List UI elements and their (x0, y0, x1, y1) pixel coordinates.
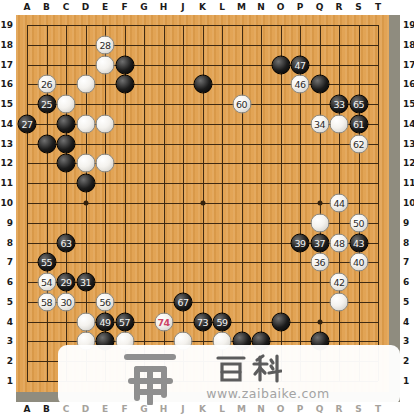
coordinate-label-right: 11 (403, 178, 414, 188)
coordinate-label-left: 3 (0, 336, 13, 346)
coordinate-label-left: 19 (0, 20, 13, 30)
star-point (200, 201, 205, 206)
coordinate-label-right: 1 (403, 376, 409, 386)
go-stone-E14 (96, 114, 115, 133)
go-stone-C15 (57, 95, 76, 114)
move-number: 50 (353, 218, 364, 227)
go-stone-C13 (57, 134, 76, 153)
go-stone-D14 (76, 114, 95, 133)
go-stone-S13: 62 (349, 134, 368, 153)
coordinate-label-top: E (102, 2, 108, 12)
grid-line (27, 302, 378, 303)
coordinate-label-left: 18 (0, 40, 13, 50)
coordinate-label-right: 8 (403, 238, 409, 248)
move-number: 65 (353, 100, 364, 109)
coordinate-label-left: 6 (0, 277, 13, 287)
go-stone-A14: 27 (18, 114, 37, 133)
go-stone-C8: 63 (57, 233, 76, 252)
go-stone-R14 (330, 114, 349, 133)
move-number: 73 (197, 317, 208, 326)
coordinate-label-left: 4 (0, 317, 13, 327)
go-stone-B16: 26 (37, 75, 56, 94)
coordinate-label-right: 2 (403, 356, 409, 366)
coordinate-label-top: O (277, 2, 285, 12)
coordinate-label-top: H (160, 2, 168, 12)
move-number: 49 (99, 317, 110, 326)
go-stone-L4: 59 (213, 312, 232, 331)
move-number: 33 (333, 100, 344, 109)
move-number: 42 (333, 278, 344, 287)
go-stone-B5: 58 (37, 292, 56, 311)
coordinate-label-top: S (355, 2, 361, 12)
coordinate-label-top: R (336, 2, 343, 12)
go-stone-D11 (76, 174, 95, 193)
coordinate-label-right: 18 (403, 40, 414, 50)
move-number: 55 (41, 258, 52, 267)
coordinate-label-bottom: Q (316, 404, 324, 414)
coordinate-label-top: K (199, 2, 206, 12)
go-stone-O17 (271, 55, 290, 74)
go-stone-F4: 57 (115, 312, 134, 331)
go-stone-P8: 39 (291, 233, 310, 252)
coordinate-label-bottom: S (355, 404, 361, 414)
go-stone-K4: 73 (193, 312, 212, 331)
coordinate-label-left: 2 (0, 356, 13, 366)
star-point (317, 319, 322, 324)
go-stone-E5: 56 (96, 292, 115, 311)
coordinate-label-left: 8 (0, 238, 13, 248)
move-number: 60 (236, 100, 247, 109)
coordinate-label-left: 10 (0, 198, 13, 208)
coordinate-label-right: 3 (403, 336, 409, 346)
go-stone-P16: 46 (291, 75, 310, 94)
go-stone-B13 (37, 134, 56, 153)
go-stone-J5: 67 (174, 292, 193, 311)
coordinate-label-top: Q (316, 2, 324, 12)
coordinate-label-bottom: B (43, 404, 50, 414)
go-stone-D16 (76, 75, 95, 94)
move-number: 39 (294, 238, 305, 247)
go-stone-Q7: 36 (310, 253, 329, 272)
coordinate-label-right: 13 (403, 139, 414, 149)
go-stone-R8: 48 (330, 233, 349, 252)
grid-line (261, 25, 262, 381)
coordinate-label-bottom: F (121, 404, 127, 414)
move-number: 47 (294, 60, 305, 69)
go-stone-R6: 42 (330, 273, 349, 292)
coordinate-label-top: D (82, 2, 89, 12)
brand-characters-icon (216, 353, 282, 383)
go-stone-R10: 44 (330, 194, 349, 213)
coordinate-label-right: 7 (403, 257, 409, 267)
move-number: 25 (41, 100, 52, 109)
coordinate-label-top: A (24, 2, 31, 12)
coordinate-label-bottom: P (297, 404, 304, 414)
coordinate-label-top: L (219, 2, 225, 12)
go-stone-S15: 65 (349, 95, 368, 114)
go-stone-O4 (271, 312, 290, 331)
coordinate-label-bottom: M (237, 404, 246, 414)
go-stone-K16 (193, 75, 212, 94)
coordinate-label-right: 10 (403, 198, 414, 208)
coordinate-label-left: 16 (0, 79, 13, 89)
go-stone-S14: 61 (349, 114, 368, 133)
move-number: 62 (353, 139, 364, 148)
coordinate-label-bottom: E (102, 404, 108, 414)
move-number: 74 (157, 317, 169, 326)
coordinate-label-top: T (375, 2, 381, 12)
go-stone-H4: 74 (154, 312, 173, 331)
move-number: 37 (314, 238, 325, 247)
go-stone-C12 (57, 154, 76, 173)
star-point (83, 201, 88, 206)
grid-line (378, 25, 379, 381)
coordinate-label-right: 4 (403, 317, 409, 327)
go-stone-B7: 55 (37, 253, 56, 272)
move-number: 57 (119, 317, 130, 326)
coordinate-label-left: 7 (0, 257, 13, 267)
go-stone-E12 (96, 154, 115, 173)
go-stone-P17: 47 (291, 55, 310, 74)
go-stone-S7: 40 (349, 253, 368, 272)
go-stone-M15: 60 (232, 95, 251, 114)
coordinate-label-right: 6 (403, 277, 409, 287)
move-number: 58 (41, 297, 52, 306)
go-stone-D6: 31 (76, 273, 95, 292)
coordinate-label-right: 16 (403, 79, 414, 89)
go-stone-S8: 43 (349, 233, 368, 252)
coordinate-label-bottom: L (219, 404, 225, 414)
coordinate-label-bottom: C (63, 404, 70, 414)
watermark-box: www.zaibaike.com (58, 345, 400, 406)
coordinate-label-left: 1 (0, 376, 13, 386)
go-stone-S9: 50 (349, 213, 368, 232)
grid-line (242, 25, 243, 381)
coordinate-label-top: P (297, 2, 304, 12)
coordinate-label-right: 19 (403, 20, 414, 30)
move-number: 26 (41, 80, 52, 89)
coordinate-label-left: 15 (0, 99, 13, 109)
coordinate-label-bottom: G (140, 404, 147, 414)
coordinate-label-bottom: A (24, 404, 31, 414)
go-stone-Q8: 37 (310, 233, 329, 252)
coordinate-label-bottom: K (199, 404, 206, 414)
coordinate-label-left: 17 (0, 60, 13, 70)
move-number: 36 (314, 258, 325, 267)
coordinate-label-top: B (43, 2, 50, 12)
coordinate-label-right: 9 (403, 218, 409, 228)
coordinate-label-top: G (140, 2, 147, 12)
move-number: 67 (177, 297, 188, 306)
coordinate-label-bottom: O (277, 404, 285, 414)
coordinate-label-left: 11 (0, 178, 13, 188)
go-stone-Q9 (310, 213, 329, 232)
go-stone-E18: 28 (96, 35, 115, 54)
go-diagram: ABCDEFGHJKLMNOPQRST191817161514131211109… (0, 0, 414, 414)
go-stone-B6: 54 (37, 273, 56, 292)
move-number: 59 (216, 317, 227, 326)
coordinate-label-bottom: N (257, 404, 265, 414)
move-number: 63 (60, 238, 71, 247)
coordinate-label-left: 9 (0, 218, 13, 228)
coordinate-label-bottom: H (160, 404, 168, 414)
go-stone-C5: 30 (57, 292, 76, 311)
move-number: 30 (60, 297, 71, 306)
go-stone-C6: 29 (57, 273, 76, 292)
coordinate-label-left: 14 (0, 119, 13, 129)
grid-line (359, 25, 360, 381)
go-stone-C14 (57, 114, 76, 133)
coordinate-label-right: 5 (403, 297, 409, 307)
move-number: 54 (41, 278, 52, 287)
move-number: 40 (353, 258, 364, 267)
coordinate-label-top: N (257, 2, 265, 12)
go-stone-D4 (76, 312, 95, 331)
go-stone-E17 (96, 55, 115, 74)
coordinate-label-left: 13 (0, 139, 13, 149)
move-number: 46 (294, 80, 305, 89)
star-point (317, 201, 322, 206)
go-stone-R5 (330, 292, 349, 311)
move-number: 27 (21, 119, 32, 128)
move-number: 56 (99, 297, 110, 306)
board-shadow-right (389, 15, 400, 392)
coordinate-label-left: 5 (0, 297, 13, 307)
go-stone-F16 (115, 75, 134, 94)
go-stone-E4: 49 (96, 312, 115, 331)
move-number: 29 (60, 278, 71, 287)
move-number: 31 (80, 278, 91, 287)
coordinate-label-right: 14 (403, 119, 414, 129)
move-number: 34 (314, 119, 325, 128)
go-stone-D12 (76, 154, 95, 173)
go-stone-R15: 33 (330, 95, 349, 114)
move-number: 28 (99, 40, 110, 49)
coordinate-label-bottom: T (375, 404, 381, 414)
coordinate-label-bottom: J (181, 404, 184, 414)
go-stone-Q14: 34 (310, 114, 329, 133)
move-number: 61 (353, 119, 364, 128)
coordinate-label-bottom: D (82, 404, 89, 414)
go-stone-B15: 25 (37, 95, 56, 114)
move-number: 44 (333, 199, 344, 208)
coordinate-label-top: F (121, 2, 127, 12)
move-number: 43 (353, 238, 364, 247)
coordinate-label-right: 12 (403, 158, 414, 168)
coordinate-label-top: J (181, 2, 184, 12)
coordinate-label-right: 15 (403, 99, 414, 109)
coordinate-label-bottom: R (336, 404, 343, 414)
coordinate-label-right: 17 (403, 60, 414, 70)
move-number: 48 (333, 238, 344, 247)
coordinate-label-top: M (237, 2, 246, 12)
coordinate-label-top: C (63, 2, 70, 12)
zaibaike-logo-icon (120, 347, 182, 405)
go-stone-F17 (115, 55, 134, 74)
go-stone-Q16 (310, 75, 329, 94)
watermark-url: www.zaibaike.com (178, 386, 358, 401)
coordinate-label-left: 12 (0, 158, 13, 168)
